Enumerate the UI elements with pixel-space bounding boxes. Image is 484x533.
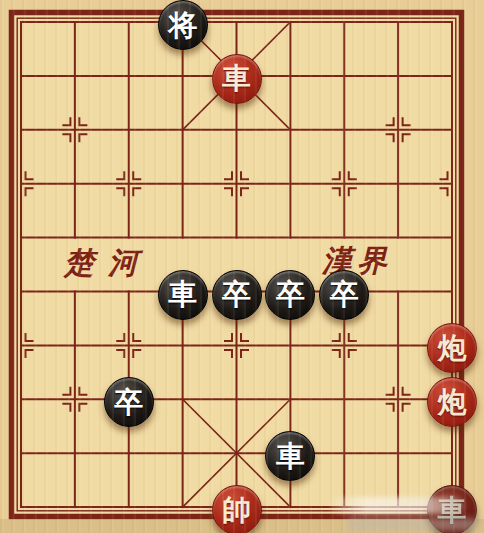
xiangqi-app: 楚河 漢界 将車車卒卒卒炮炮卒車帥車 — [0, 0, 484, 533]
piece-black-general[interactable]: 将 — [158, 0, 208, 50]
piece-red-chariot-a[interactable]: 車 — [212, 54, 262, 104]
piece-black-chariot-a[interactable]: 車 — [158, 270, 208, 320]
piece-black-soldier-b[interactable]: 卒 — [265, 270, 315, 320]
piece-red-general[interactable]: 帥 — [212, 485, 262, 533]
pieces-layer: 将車車卒卒卒炮炮卒車帥車 — [0, 0, 479, 533]
piece-black-soldier-a[interactable]: 卒 — [212, 270, 262, 320]
piece-red-cannon-a[interactable]: 炮 — [427, 323, 477, 373]
piece-black-chariot-b[interactable]: 車 — [265, 431, 315, 481]
piece-black-soldier-c[interactable]: 卒 — [319, 270, 369, 320]
piece-red-chariot-b[interactable]: 車 — [427, 485, 477, 533]
piece-black-soldier-d[interactable]: 卒 — [104, 377, 154, 427]
piece-red-cannon-b[interactable]: 炮 — [427, 377, 477, 427]
